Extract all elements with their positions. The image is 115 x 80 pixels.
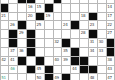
clue-number-41: 41 xyxy=(10,58,15,62)
black-cell-r1c5 xyxy=(45,4,54,13)
cell-r8c4[interactable]: 45 xyxy=(36,66,45,75)
cell-r5c5[interactable] xyxy=(45,39,54,48)
cell-r6c5[interactable] xyxy=(45,48,54,57)
clue-number-37: 37 xyxy=(10,49,15,53)
cell-r2c6[interactable] xyxy=(54,13,63,22)
black-cell-r8c5 xyxy=(45,66,54,75)
cell-r9c0[interactable]: 51 xyxy=(1,74,10,80)
cell-r4c12[interactable]: 27 xyxy=(107,30,115,39)
clue-number-25: 25 xyxy=(37,23,42,27)
cell-r7c7[interactable]: 39 xyxy=(62,57,71,66)
clue-number-40: 40 xyxy=(54,58,59,62)
cell-r7c12[interactable]: 38 xyxy=(107,57,115,66)
cell-r9c9[interactable] xyxy=(80,74,89,80)
black-cell-r9c7 xyxy=(62,74,71,80)
clue-number-38: 38 xyxy=(107,58,112,62)
cell-r5c10[interactable]: 31 xyxy=(89,39,98,48)
black-cell-r6c8 xyxy=(71,48,80,57)
cell-r7c10[interactable] xyxy=(89,57,98,66)
cell-r5c6[interactable]: 32 xyxy=(54,39,63,48)
cell-r9c6[interactable]: 49 xyxy=(54,74,63,80)
cell-r6c0[interactable] xyxy=(1,48,10,57)
cell-r6c2[interactable]: 36 xyxy=(18,48,27,57)
clue-number-26: 26 xyxy=(10,23,15,27)
black-cell-r6c3 xyxy=(27,48,36,57)
cell-r1c4[interactable]: 15 xyxy=(36,4,45,13)
cell-r8c6[interactable] xyxy=(54,66,63,75)
cell-r3c5[interactable] xyxy=(45,21,54,30)
cell-r4c6[interactable] xyxy=(54,30,63,39)
cell-r3c6[interactable] xyxy=(54,21,63,30)
clue-number-18: 18 xyxy=(81,14,86,18)
cell-r3c3[interactable] xyxy=(27,21,36,30)
cell-r9c4[interactable]: 50 xyxy=(36,74,45,80)
cell-r1c12[interactable]: 14 xyxy=(107,4,115,13)
black-cell-r7c8 xyxy=(71,57,80,66)
cell-r6c9[interactable] xyxy=(80,48,89,57)
crossword-app-screen: 1312161514212019181726252423222928273231… xyxy=(0,0,115,80)
black-cell-r8c10 xyxy=(89,66,98,75)
cell-r8c0[interactable] xyxy=(1,66,10,75)
black-cell-r6c12 xyxy=(107,48,115,57)
cell-r4c11[interactable] xyxy=(98,30,107,39)
clue-number-15: 15 xyxy=(37,5,42,9)
cell-r9c11[interactable] xyxy=(98,74,107,80)
cell-r3c1[interactable]: 26 xyxy=(9,21,18,30)
clue-number-50: 50 xyxy=(37,76,42,80)
cell-r1c3[interactable]: 16 xyxy=(27,4,36,13)
cell-r2c12[interactable]: 17 xyxy=(107,13,115,22)
cell-r8c1[interactable]: 46 xyxy=(9,66,18,75)
cell-r8c7[interactable] xyxy=(62,66,71,75)
cell-r9c3[interactable] xyxy=(27,74,36,80)
cell-r2c5[interactable]: 19 xyxy=(45,13,54,22)
cell-r6c10[interactable]: 34 xyxy=(89,48,98,57)
black-cell-r3c2 xyxy=(18,21,27,30)
clue-number-20: 20 xyxy=(28,14,33,18)
clue-number-16: 16 xyxy=(28,5,33,9)
black-cell-r4c1 xyxy=(9,30,18,39)
clue-number-34: 34 xyxy=(90,49,95,53)
clue-number-48: 48 xyxy=(90,76,95,80)
clue-number-36: 36 xyxy=(19,49,24,53)
cell-r2c0[interactable]: 21 xyxy=(1,13,10,22)
black-cell-r3c8 xyxy=(71,21,80,30)
cell-r4c4[interactable] xyxy=(36,30,45,39)
cell-r3c10[interactable]: 23 xyxy=(89,21,98,30)
black-cell-r5c7 xyxy=(62,39,71,48)
cell-r4c8[interactable] xyxy=(71,30,80,39)
cell-r9c2[interactable] xyxy=(18,74,27,80)
clue-number-44: 44 xyxy=(72,67,77,71)
clue-number-19: 19 xyxy=(45,14,50,18)
cell-r5c4[interactable] xyxy=(36,39,45,48)
cell-r1c10[interactable] xyxy=(89,4,98,13)
clue-number-32: 32 xyxy=(54,40,59,44)
cell-r5c8[interactable] xyxy=(71,39,80,48)
cell-r3c11[interactable] xyxy=(98,21,107,30)
cell-r5c0[interactable] xyxy=(1,39,10,48)
black-cell-r7c4 xyxy=(36,57,45,66)
cell-r7c3[interactable] xyxy=(27,57,36,66)
highlighted-clue-number-51: 51 xyxy=(1,76,6,80)
black-cell-r8c3 xyxy=(27,66,36,75)
black-cell-r2c10 xyxy=(89,13,98,22)
clue-number-28: 28 xyxy=(81,31,86,35)
black-cell-r9c5 xyxy=(45,74,54,80)
cell-r2c7[interactable] xyxy=(62,13,71,22)
cell-r9c1[interactable] xyxy=(9,74,18,80)
cell-r3c4[interactable]: 25 xyxy=(36,21,45,30)
cell-r2c2[interactable] xyxy=(18,13,27,22)
black-cell-r7c2 xyxy=(18,57,27,66)
clue-number-30: 30 xyxy=(98,40,103,44)
cell-r2c1[interactable] xyxy=(9,13,18,22)
crossword-board: 1312161514212019181726252423222928273231… xyxy=(0,0,115,80)
cell-r1c8[interactable] xyxy=(71,4,80,13)
cell-r4c0[interactable] xyxy=(1,30,10,39)
cell-r6c4[interactable] xyxy=(36,48,45,57)
black-cell-r8c9 xyxy=(80,66,89,75)
cell-r1c7[interactable] xyxy=(62,4,71,13)
clue-number-31: 31 xyxy=(90,40,95,44)
cell-r4c2[interactable]: 29 xyxy=(18,30,27,39)
cell-r7c0[interactable]: 42 xyxy=(1,57,10,66)
cell-r5c2[interactable] xyxy=(18,39,27,48)
black-cell-r4c10 xyxy=(89,30,98,39)
cell-r8c8[interactable]: 44 xyxy=(71,66,80,75)
cell-r6c1[interactable]: 37 xyxy=(9,48,18,57)
cell-r4c7[interactable] xyxy=(62,30,71,39)
cell-r1c9[interactable] xyxy=(80,4,89,13)
clue-number-43: 43 xyxy=(107,67,112,71)
cell-r1c2[interactable] xyxy=(18,4,27,13)
highlighted-clue-number-46: 46 xyxy=(10,67,15,71)
clue-number-49: 49 xyxy=(54,76,59,80)
cell-r8c2[interactable] xyxy=(18,66,27,75)
cell-r2c8[interactable] xyxy=(71,13,80,22)
cell-r1c6[interactable] xyxy=(54,4,63,13)
cell-r2c9[interactable]: 18 xyxy=(80,13,89,22)
cell-r5c11[interactable]: 30 xyxy=(98,39,107,48)
cell-r3c12[interactable]: 22 xyxy=(107,21,115,30)
black-cell-r7c9 xyxy=(80,57,89,66)
cell-r6c6[interactable] xyxy=(54,48,63,57)
black-cell-r5c1 xyxy=(9,39,18,48)
clue-number-21: 21 xyxy=(1,14,6,18)
clue-number-14: 14 xyxy=(107,5,112,9)
cell-r9c10[interactable]: 48 xyxy=(89,74,98,80)
clue-number-42: 42 xyxy=(1,58,6,62)
cell-r8c11[interactable] xyxy=(98,66,107,75)
black-cell-r4c3 xyxy=(27,30,36,39)
clue-number-24: 24 xyxy=(63,23,68,27)
clue-number-29: 29 xyxy=(19,31,24,35)
clue-number-27: 27 xyxy=(107,31,112,35)
cell-r1c1[interactable] xyxy=(9,4,18,13)
clue-number-39: 39 xyxy=(63,58,68,62)
cell-r9c8[interactable] xyxy=(71,74,80,80)
cell-r7c5[interactable] xyxy=(45,57,54,66)
cell-r3c7[interactable]: 24 xyxy=(62,21,71,30)
clue-number-33: 33 xyxy=(98,49,103,53)
cell-r9c12[interactable]: 47 xyxy=(107,74,115,80)
cell-r2c3[interactable]: 20 xyxy=(27,13,36,22)
clue-number-17: 17 xyxy=(107,14,112,18)
cell-r8c12[interactable]: 43 xyxy=(107,66,115,75)
clue-number-23: 23 xyxy=(90,23,95,27)
cell-r3c9[interactable] xyxy=(80,21,89,30)
cell-r3c0[interactable] xyxy=(1,21,10,30)
cell-r6c11[interactable]: 33 xyxy=(98,48,107,57)
cell-r4c5[interactable] xyxy=(45,30,54,39)
cell-r7c11[interactable] xyxy=(98,57,107,66)
clue-number-47: 47 xyxy=(107,76,112,80)
black-cell-r5c3 xyxy=(27,39,36,48)
cell-r7c6[interactable]: 40 xyxy=(54,57,63,66)
cell-r2c11[interactable] xyxy=(98,13,107,22)
cell-r7c1[interactable]: 41 xyxy=(9,57,18,66)
black-cell-r2c4 xyxy=(36,13,45,22)
clue-number-22: 22 xyxy=(107,23,112,27)
black-cell-r1c0 xyxy=(1,4,10,13)
clue-number-45: 45 xyxy=(37,67,42,71)
cell-r6c7[interactable]: 35 xyxy=(62,48,71,57)
cell-r5c9[interactable] xyxy=(80,39,89,48)
cell-r4c9[interactable]: 28 xyxy=(80,30,89,39)
cell-r1c11[interactable] xyxy=(98,4,107,13)
black-cell-r5c12 xyxy=(107,39,115,48)
clue-number-35: 35 xyxy=(63,49,68,53)
